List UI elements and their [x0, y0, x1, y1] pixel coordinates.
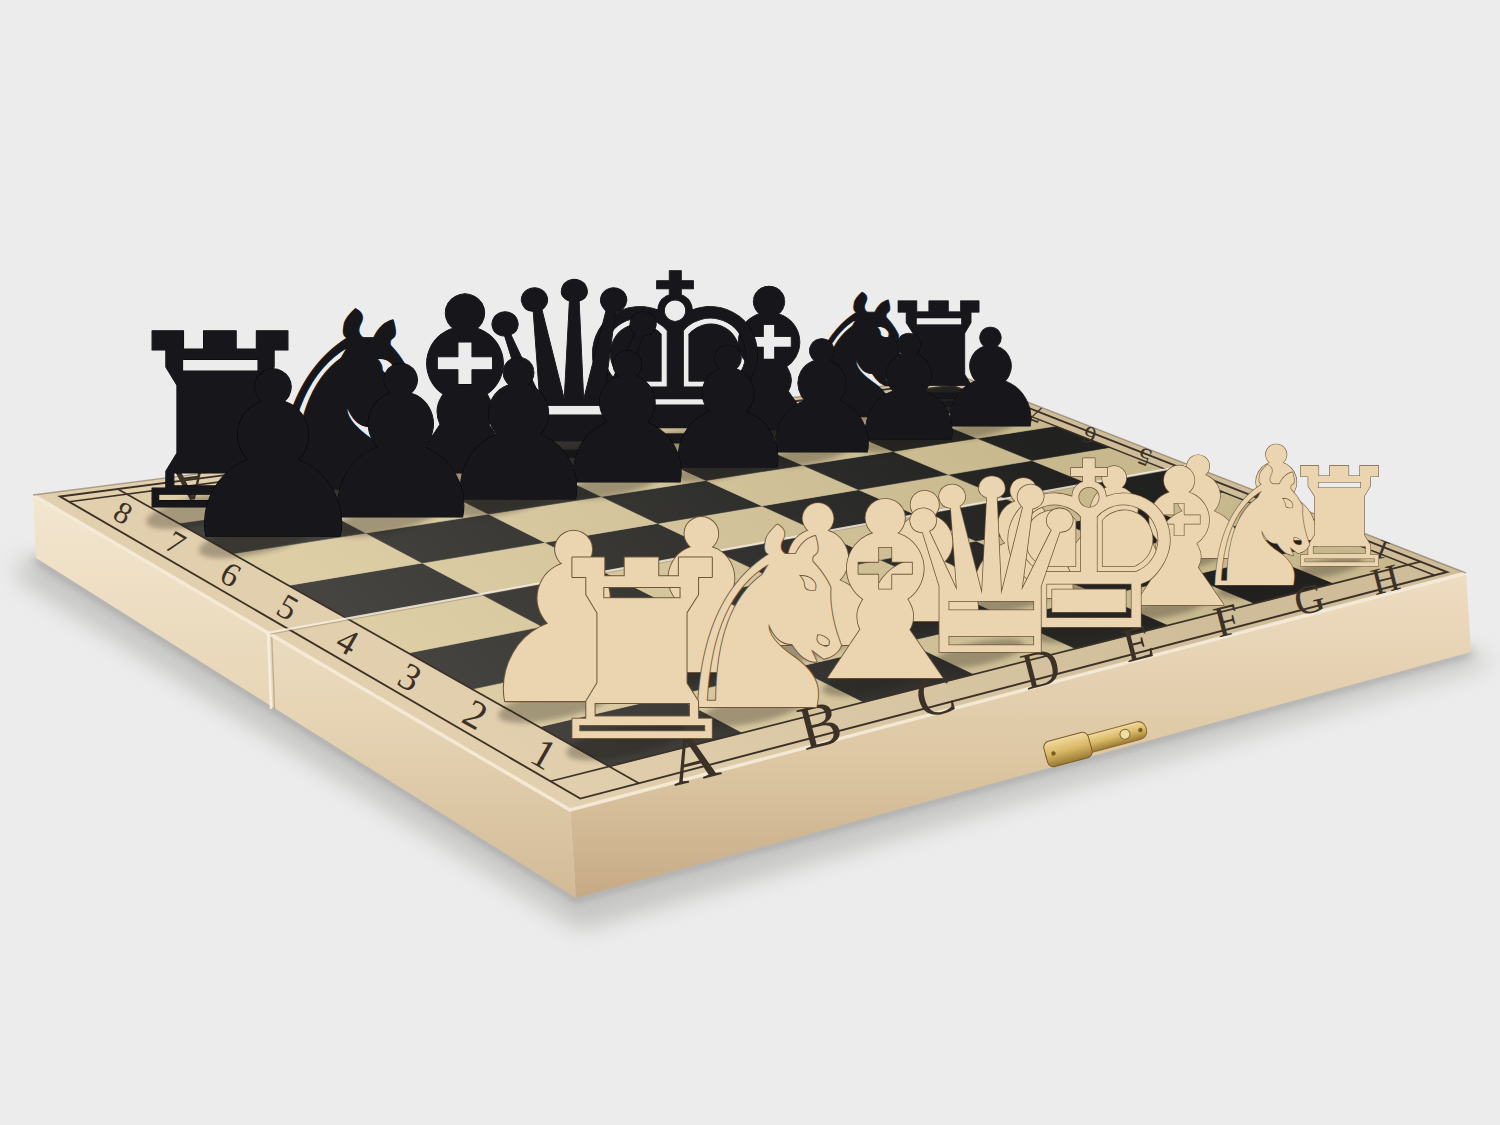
- scene: rnbqkbnr/pppppppp/8/8/8/8/PPPPPPPP/RNBQK…: [0, 0, 1500, 1125]
- board-photo: 12345678ABCDEFGH12345678ABCDEFGH♜♞♟♝♟♚♟♛…: [0, 0, 1500, 1125]
- piece-white-rook-a1[interactable]: ♜: [531, 508, 753, 796]
- piece-black-pawn-a7[interactable]: ♟: [171, 323, 376, 590]
